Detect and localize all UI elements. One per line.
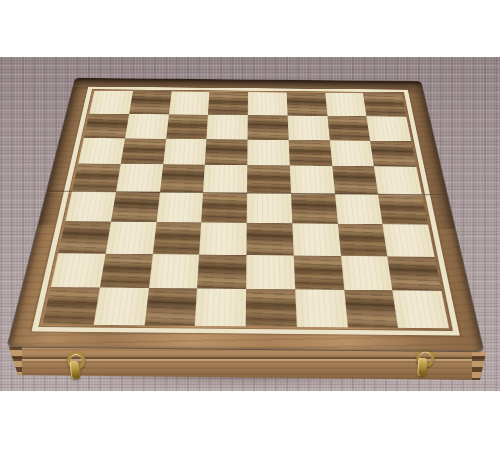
square-e7[interactable] [248, 115, 289, 140]
square-a3[interactable] [58, 221, 110, 253]
square-f5[interactable] [290, 166, 335, 194]
square-a4[interactable] [65, 191, 115, 221]
board-frame [8, 78, 484, 351]
square-b5[interactable] [116, 164, 163, 192]
square-e2[interactable] [246, 255, 295, 290]
square-h1[interactable] [393, 291, 449, 329]
square-e4[interactable] [247, 193, 292, 223]
square-h7[interactable] [367, 116, 412, 141]
square-h3[interactable] [383, 224, 435, 256]
square-g2[interactable] [340, 256, 392, 291]
square-f8[interactable] [286, 93, 327, 116]
square-c3[interactable] [152, 222, 201, 254]
board-field [42, 91, 448, 329]
square-e3[interactable] [246, 223, 293, 255]
square-d6[interactable] [205, 139, 248, 165]
square-g1[interactable] [344, 290, 398, 328]
square-g6[interactable] [329, 140, 374, 166]
chess-board [8, 78, 484, 351]
square-f1[interactable] [295, 290, 347, 328]
square-a5[interactable] [72, 164, 120, 192]
square-e5[interactable] [247, 165, 291, 193]
square-d8[interactable] [208, 92, 248, 115]
square-b6[interactable] [120, 138, 165, 164]
square-c4[interactable] [156, 192, 203, 222]
square-a8[interactable] [89, 91, 132, 114]
square-h6[interactable] [370, 141, 416, 167]
square-b3[interactable] [105, 221, 156, 253]
square-c6[interactable] [163, 139, 207, 165]
square-c5[interactable] [160, 164, 205, 192]
square-g4[interactable] [334, 194, 382, 224]
square-g7[interactable] [327, 116, 370, 141]
square-g3[interactable] [337, 224, 387, 256]
square-c1[interactable] [144, 288, 197, 326]
square-b8[interactable] [129, 91, 171, 114]
square-d4[interactable] [201, 193, 247, 223]
square-f7[interactable] [287, 115, 329, 140]
square-f4[interactable] [291, 193, 338, 223]
board-tilt-wrapper [0, 57, 500, 391]
square-f6[interactable] [288, 140, 331, 166]
square-b7[interactable] [125, 114, 169, 139]
square-d5[interactable] [203, 165, 247, 193]
square-a7[interactable] [84, 114, 129, 139]
square-a2[interactable] [51, 253, 106, 288]
square-c2[interactable] [148, 254, 199, 289]
square-b2[interactable] [100, 253, 153, 288]
square-g8[interactable] [325, 93, 367, 116]
square-d3[interactable] [199, 222, 246, 254]
square-e8[interactable] [248, 92, 288, 115]
square-h4[interactable] [378, 194, 428, 224]
square-h2[interactable] [387, 256, 441, 291]
square-a6[interactable] [78, 138, 125, 164]
square-f3[interactable] [292, 223, 340, 255]
fabric-background [0, 57, 500, 391]
square-b4[interactable] [111, 192, 160, 222]
square-f2[interactable] [293, 255, 343, 290]
square-e1[interactable] [246, 289, 297, 327]
square-h5[interactable] [374, 166, 422, 194]
square-b1[interactable] [93, 288, 148, 326]
square-c8[interactable] [169, 91, 210, 114]
square-d1[interactable] [195, 289, 246, 327]
square-h8[interactable] [363, 93, 406, 116]
square-g5[interactable] [332, 166, 378, 194]
square-c7[interactable] [166, 114, 208, 139]
square-d7[interactable] [207, 115, 248, 140]
square-e6[interactable] [247, 139, 289, 165]
square-d2[interactable] [197, 254, 246, 289]
photo-page [0, 0, 500, 450]
square-a1[interactable] [42, 287, 99, 325]
